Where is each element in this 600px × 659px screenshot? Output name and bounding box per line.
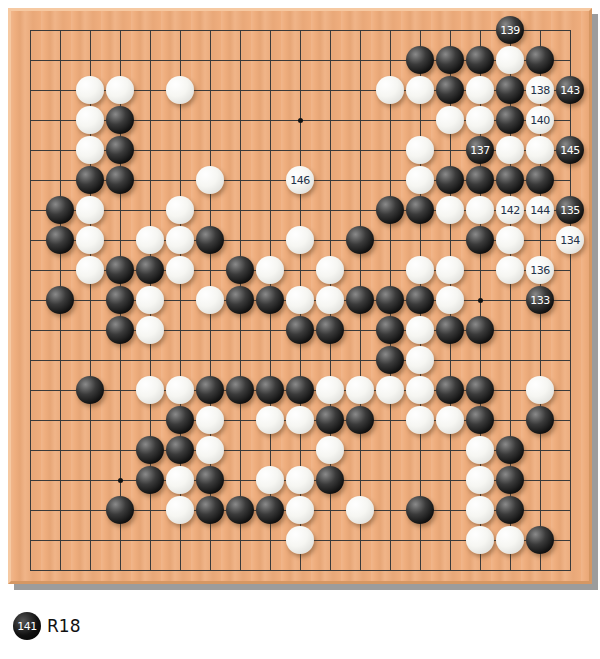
move-number-label: 138 [530,85,550,96]
stone-black [46,286,74,314]
stone-white [496,526,524,554]
stone-white [166,76,194,104]
caption: 141 R18 [13,612,80,640]
stone-black [286,316,314,344]
stone-white [136,226,164,254]
stone-white [406,316,434,344]
caption-stone-icon: 141 [13,612,41,640]
stone-black [196,226,224,254]
stone-white [316,286,344,314]
stone-white [196,406,224,434]
move-number-label: 145 [560,145,580,156]
stone-white [286,406,314,434]
stone-white [496,226,524,254]
stone-black [166,406,194,434]
stone-black [46,196,74,224]
stone-white [286,226,314,254]
stone-white [256,466,284,494]
stone-white [166,376,194,404]
stone-white [436,196,464,224]
stone-black [196,496,224,524]
stone-black [106,166,134,194]
stone-black [256,496,284,524]
move-number-label: 133 [530,295,550,306]
stone-black [466,376,494,404]
move-number-label: 143 [560,85,580,96]
stone-black [106,316,134,344]
stone-white: 146 [286,166,314,194]
stone-black [436,376,464,404]
stone-black [466,316,494,344]
stone-white [316,436,344,464]
stone-black [526,526,554,554]
stone-white [466,466,494,494]
caption-coordinate-text: R18 [47,616,80,636]
stone-black [406,496,434,524]
go-board: 139138143140137145146142144135134136133 [8,8,592,584]
stone-white [406,376,434,404]
stone-white [76,76,104,104]
stone-white [166,466,194,494]
stone-black [136,436,164,464]
grid-line [30,570,571,571]
page: { "game": "go", "board": { "size": 19, "… [0,0,600,659]
stone-white [496,136,524,164]
stone-black [496,496,524,524]
stone-white [316,256,344,284]
stone-white [466,496,494,524]
stone-white [76,106,104,134]
stone-white [136,286,164,314]
stone-white [286,466,314,494]
grid-line [570,30,571,571]
stone-white [256,406,284,434]
stone-white [286,526,314,554]
stone-white [196,286,224,314]
stone-white [406,76,434,104]
stone-black [136,466,164,494]
stone-black [196,376,224,404]
stone-white [466,526,494,554]
stone-white: 142 [496,196,524,224]
stone-black [226,256,254,284]
stone-white: 144 [526,196,554,224]
stone-white [466,196,494,224]
stone-black [376,286,404,314]
stone-white [526,136,554,164]
stone-black [346,226,374,254]
stone-black [106,496,134,524]
stone-black [526,166,554,194]
stone-white [166,496,194,524]
stone-white [376,376,404,404]
stone-white [166,196,194,224]
stone-white [496,256,524,284]
stone-white [76,136,104,164]
stone-black [316,406,344,434]
stone-black [196,466,224,494]
stone-black [346,286,374,314]
stone-white [286,496,314,524]
stone-black [376,196,404,224]
stone-black: 135 [556,196,584,224]
star-point [478,298,483,303]
grid-line [30,360,571,361]
move-number-label: 134 [560,235,580,246]
stone-black [76,376,104,404]
stone-black [496,106,524,134]
stone-black [226,286,254,314]
stone-black [376,316,404,344]
stone-white: 138 [526,76,554,104]
stone-black [106,136,134,164]
stone-black [106,256,134,284]
stone-white [466,76,494,104]
move-number-label: 135 [560,205,580,216]
stone-black: 133 [526,286,554,314]
stone-black [226,496,254,524]
star-point [118,478,123,483]
stone-black [106,286,134,314]
stone-white: 134 [556,226,584,254]
move-number-label: 144 [530,205,550,216]
stone-white [466,106,494,134]
stone-white [406,136,434,164]
move-number-label: 142 [500,205,520,216]
stone-white [196,436,224,464]
stone-white [76,196,104,224]
stone-black [526,46,554,74]
stone-white [346,376,374,404]
stone-black [496,466,524,494]
move-number-label: 146 [290,175,310,186]
stone-black [46,226,74,254]
stone-white [286,286,314,314]
stone-black [166,436,194,464]
stone-white [166,256,194,284]
move-number-label: 139 [500,25,520,36]
stone-white [136,376,164,404]
stone-black [286,376,314,404]
stone-white [316,376,344,404]
stone-black [436,166,464,194]
stone-white [76,256,104,284]
stone-white [496,46,524,74]
stone-black [406,196,434,224]
stone-black [436,316,464,344]
stone-white [436,286,464,314]
stone-white: 136 [526,256,554,284]
stone-white [406,406,434,434]
stone-black [466,46,494,74]
stone-white: 140 [526,106,554,134]
stone-black [436,46,464,74]
stone-white [106,76,134,104]
stone-black [376,346,404,374]
stone-white [406,166,434,194]
stone-white [76,226,104,254]
stone-black: 139 [496,16,524,44]
stone-black [76,166,104,194]
stone-black [496,166,524,194]
stone-white [436,106,464,134]
stone-black [256,286,284,314]
stone-black: 137 [466,136,494,164]
stone-black [466,166,494,194]
stone-black [406,286,434,314]
stone-black [466,226,494,254]
stone-white [526,376,554,404]
stone-white [466,436,494,464]
stone-black: 143 [556,76,584,104]
stone-black [256,376,284,404]
move-number-label: 136 [530,265,550,276]
stone-black [496,76,524,104]
stone-white [196,166,224,194]
stone-black [496,436,524,464]
stone-white [436,406,464,434]
stone-white [406,346,434,374]
stone-white [376,76,404,104]
stone-black [526,406,554,434]
stone-black [136,256,164,284]
stone-black [226,376,254,404]
move-number-label: 137 [470,145,490,156]
stone-black [466,406,494,434]
stone-white [256,256,284,284]
stone-white [436,256,464,284]
stone-white [166,226,194,254]
stone-black [346,406,374,434]
stone-black: 145 [556,136,584,164]
stone-white [406,256,434,284]
caption-move-number: 141 [17,620,37,633]
stone-white [136,316,164,344]
stone-black [106,106,134,134]
move-number-label: 140 [530,115,550,126]
stone-black [316,466,344,494]
stone-white [346,496,374,524]
star-point [298,118,303,123]
stone-black [436,76,464,104]
stone-black [406,46,434,74]
stone-black [316,316,344,344]
